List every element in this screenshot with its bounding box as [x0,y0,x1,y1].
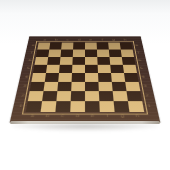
square-a6 [35,56,49,64]
square-d7 [73,49,85,56]
square-d5 [72,64,85,72]
coord-label: e [85,38,97,40]
square-f8 [97,42,109,49]
square-b7 [48,49,61,56]
square-f7 [97,49,110,56]
square-c7 [60,49,73,56]
square-d2 [71,91,85,101]
square-f1 [99,101,114,112]
square-b5 [46,64,60,72]
square-h2 [127,91,143,101]
coord-label: c [55,114,70,118]
playing-field [26,42,144,111]
coord-label: h [130,114,146,118]
perspective-scene: abcdefgh abcdefgh 87654321 87654321 [0,0,170,170]
coord-label: g [115,114,130,118]
photo-background: abcdefgh abcdefgh 87654321 87654321 [0,0,170,170]
square-g3 [112,81,127,90]
coord-label: 7 [28,49,36,56]
square-h3 [125,81,140,90]
square-e8 [85,42,97,49]
square-c2 [56,91,71,101]
square-e7 [85,49,97,56]
square-c3 [57,81,71,90]
coord-label: e [85,114,100,118]
square-e2 [85,91,99,101]
square-f5 [98,64,111,72]
square-d6 [72,56,85,64]
square-c8 [61,42,73,49]
square-a2 [28,91,44,101]
square-e6 [85,56,98,64]
coord-label: 8 [29,42,37,49]
coord-label: 5 [137,64,146,72]
square-h6 [122,56,136,64]
coord-label: 2 [18,91,28,101]
coord-label: g [108,38,120,40]
coord-label: 2 [143,91,153,101]
file-labels-bottom: abcdefgh [24,113,145,119]
square-e3 [85,81,99,90]
coord-label: b [40,114,55,118]
square-a3 [30,81,45,90]
square-d3 [71,81,85,90]
square-h1 [128,101,144,112]
coord-label: 4 [139,73,148,82]
square-e4 [85,73,98,82]
square-h4 [124,73,139,82]
square-e5 [85,64,98,72]
coord-label: 7 [134,49,142,56]
square-c5 [59,64,72,72]
coord-label: 5 [24,64,33,72]
coord-label: 4 [22,73,31,82]
square-d1 [70,101,85,112]
square-b2 [42,91,57,101]
coord-label: b [50,38,62,40]
square-f6 [97,56,110,64]
square-b4 [45,73,59,82]
square-d8 [73,42,85,49]
square-e1 [85,101,100,112]
coord-label: a [39,38,51,40]
square-h7 [121,49,134,56]
coord-label: c [62,38,74,40]
square-b6 [47,56,60,64]
coord-label: a [25,114,41,118]
square-a7 [36,49,49,56]
square-g8 [108,42,121,49]
square-g1 [114,101,130,112]
square-c4 [58,73,72,82]
square-b3 [43,81,58,90]
square-a8 [37,42,50,49]
file-labels-top: abcdefgh [39,38,131,42]
square-a1 [26,101,42,112]
coord-label: 1 [144,101,154,112]
coord-label: 6 [136,56,144,64]
square-b8 [49,42,62,49]
square-f4 [98,73,112,82]
square-c6 [60,56,73,64]
coord-label: 3 [20,81,29,90]
square-g4 [111,73,125,82]
coord-label: 8 [133,42,141,49]
square-a4 [31,73,46,82]
coord-label: f [100,114,115,118]
coord-label: 6 [26,56,34,64]
square-a5 [33,64,47,72]
square-c1 [55,101,70,112]
square-f2 [99,91,114,101]
coord-label: 1 [16,101,26,112]
square-g7 [109,49,122,56]
square-b1 [41,101,57,112]
coord-label: f [96,38,108,40]
coord-label: 3 [141,81,150,90]
coord-label: d [73,38,85,40]
coord-label: h [119,38,131,40]
square-f3 [98,81,112,90]
chess-board: abcdefgh abcdefgh 87654321 87654321 [10,36,161,122]
board-shadow [12,124,158,131]
square-g2 [113,91,128,101]
square-d4 [72,73,85,82]
square-g6 [110,56,123,64]
coord-label: d [70,114,85,118]
square-h5 [123,64,137,72]
square-g5 [110,64,124,72]
square-h8 [120,42,133,49]
